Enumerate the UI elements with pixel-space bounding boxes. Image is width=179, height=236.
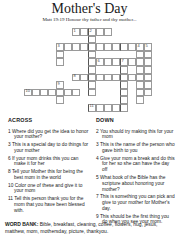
clue-number: 7 <box>122 59 124 64</box>
grid-cell[interactable]: 7 <box>120 58 128 66</box>
grid-cell[interactable] <box>56 58 64 66</box>
down-clue-list: 2 You should try making this for your mo… <box>96 129 175 226</box>
grid-cell[interactable]: 1 <box>72 28 80 36</box>
grid-cell[interactable]: 10 <box>24 89 32 97</box>
crossword-grid: 1236781011459 <box>24 28 152 112</box>
grid-cell[interactable] <box>80 74 88 82</box>
page-subtitle: Matt 19:19 Honour thy father and thy mot… <box>0 17 179 22</box>
grid-cell[interactable] <box>72 43 80 51</box>
grid-cell[interactable] <box>80 28 88 36</box>
grid-cell[interactable] <box>40 89 48 97</box>
grid-cell[interactable] <box>136 51 144 59</box>
grid-cell[interactable] <box>104 104 112 112</box>
grid-cell[interactable] <box>144 58 152 66</box>
clue-number: 11 <box>90 104 94 109</box>
grid-cell[interactable] <box>32 89 40 97</box>
clue: 4 Give your mom a break and do this for … <box>96 156 175 174</box>
grid-cell[interactable] <box>120 104 128 112</box>
clue: 5 What book of the Bible has the scriptu… <box>96 175 175 193</box>
grid-cell[interactable] <box>112 58 120 66</box>
page-title: Mother's Day <box>0 1 179 17</box>
grid-cell[interactable] <box>136 81 144 89</box>
grid-cell[interactable] <box>104 58 112 66</box>
grid-cell[interactable] <box>112 43 120 51</box>
grid-cell[interactable] <box>88 66 96 74</box>
grid-cell[interactable] <box>64 89 72 97</box>
grid-cell[interactable] <box>136 66 144 74</box>
clue-number: 9 <box>58 82 60 87</box>
grid-cell[interactable] <box>88 43 96 51</box>
grid-cell[interactable] <box>56 51 64 59</box>
grid-cell[interactable] <box>144 89 152 97</box>
grid-cell[interactable] <box>144 81 152 89</box>
grid-cell[interactable] <box>144 74 152 82</box>
grid-cell[interactable] <box>64 43 72 51</box>
grid-cell[interactable] <box>128 74 136 82</box>
clue-number: 5 <box>146 44 148 49</box>
grid-cell[interactable] <box>112 74 120 82</box>
grid-cell[interactable] <box>104 28 112 36</box>
word-bank-label: WORD BANK: <box>5 221 38 227</box>
clue: 3 This is the name of the person who gav… <box>96 142 175 154</box>
grid-cell[interactable] <box>96 28 104 36</box>
grid-cell[interactable]: 6 <box>96 58 104 66</box>
grid-cell[interactable] <box>144 66 152 74</box>
grid-cell[interactable] <box>104 43 112 51</box>
grid-cell[interactable] <box>72 89 80 97</box>
grid-cell[interactable] <box>48 89 56 97</box>
grid-cell[interactable] <box>120 74 128 82</box>
clue-number: 6 <box>98 59 100 64</box>
across-section: ACROSS 1 Where did you get the idea to h… <box>8 117 89 215</box>
clue: 2 You should try making this for your mo… <box>96 129 175 141</box>
across-clue-list: 1 Where did you get the idea to honor yo… <box>8 129 89 214</box>
grid-cell[interactable] <box>120 89 128 97</box>
clue: 11 Tell this person thank you for the mo… <box>8 196 89 214</box>
grid-cell[interactable] <box>136 96 144 104</box>
word-bank: WORD BANK: Bible, breakfast, cleaning, c… <box>5 221 175 235</box>
grid-cell[interactable]: 2 <box>88 28 96 36</box>
clue: 6 If your mom drinks this you can make i… <box>8 156 89 168</box>
clue: 8 Tell your Mother this for being the be… <box>8 169 89 181</box>
clue-number: 1 <box>74 29 76 34</box>
grid-cell[interactable]: 8 <box>72 74 80 82</box>
grid-cell[interactable] <box>136 74 144 82</box>
clue: 10 Color one of these and give it to you… <box>8 183 89 195</box>
clue-number: 3 <box>58 44 60 49</box>
grid-cell[interactable] <box>144 51 152 59</box>
clue-number: 8 <box>74 74 76 79</box>
grid-cell[interactable] <box>120 81 128 89</box>
grid-cell[interactable] <box>128 58 136 66</box>
across-heading: ACROSS <box>8 117 89 124</box>
grid-cell[interactable] <box>120 66 128 74</box>
grid-cell[interactable] <box>80 43 88 51</box>
grid-cell[interactable]: 3 <box>56 43 64 51</box>
grid-cell[interactable] <box>88 51 96 59</box>
grid-cell[interactable]: 9 <box>56 81 64 89</box>
clue-number: 2 <box>90 29 92 34</box>
grid-cell[interactable] <box>88 36 96 44</box>
clue-number: 10 <box>26 89 30 94</box>
clue: 3 This is a special day to do things for… <box>8 142 89 154</box>
grid-cell[interactable] <box>56 96 64 104</box>
grid-cell[interactable]: 11 <box>88 104 96 112</box>
grid-cell[interactable] <box>96 104 104 112</box>
grid-cell[interactable]: 5 <box>144 43 152 51</box>
down-heading: DOWN <box>96 117 175 124</box>
grid-cell[interactable] <box>120 96 128 104</box>
grid-cell[interactable] <box>56 89 64 97</box>
grid-cell[interactable] <box>104 74 112 82</box>
grid-cell[interactable] <box>88 89 96 97</box>
grid-cell[interactable] <box>88 58 96 66</box>
clue-number: 4 <box>138 44 140 49</box>
grid-cell[interactable] <box>88 74 96 82</box>
grid-cell[interactable] <box>136 58 144 66</box>
grid-cell[interactable] <box>120 43 128 51</box>
grid-cell[interactable] <box>136 89 144 97</box>
grid-cell[interactable]: 4 <box>136 43 144 51</box>
down-section: DOWN 2 You should try making this for yo… <box>96 117 175 227</box>
grid-cell[interactable] <box>128 43 136 51</box>
worksheet-page: { "game": "crossword", "title": "Mother'… <box>0 0 179 236</box>
clue: 1 Where did you get the idea to honor yo… <box>8 129 89 141</box>
grid-cell[interactable] <box>96 74 104 82</box>
grid-cell[interactable] <box>88 81 96 89</box>
grid-cell[interactable] <box>96 43 104 51</box>
clue: 7 This is something you can pick and giv… <box>96 194 175 212</box>
grid-cell[interactable] <box>112 104 120 112</box>
